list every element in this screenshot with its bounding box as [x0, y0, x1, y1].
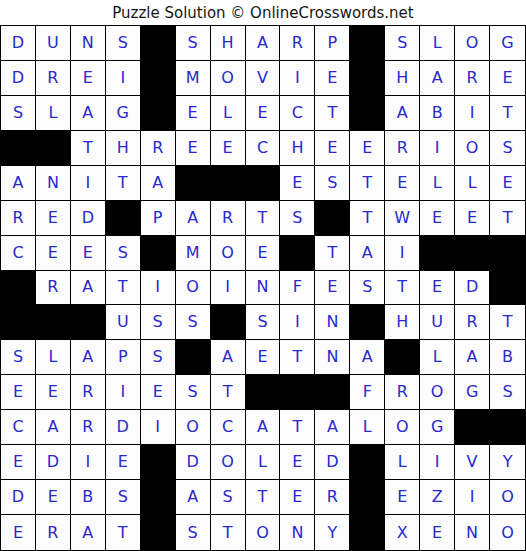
letter-cell: I [71, 166, 106, 201]
letter-cell: G [455, 375, 490, 410]
letter-cell: N [246, 271, 281, 306]
letter-cell: S [490, 131, 525, 166]
letter-cell: A [1, 166, 36, 201]
black-cell [385, 340, 420, 375]
letter-cell: R [36, 271, 71, 306]
letter-cell: E [280, 166, 315, 201]
letter-cell: T [106, 166, 141, 201]
letter-cell: U [36, 26, 71, 61]
letter-cell: C [1, 410, 36, 445]
letter-cell: I [420, 445, 455, 480]
letter-cell: E [420, 515, 455, 550]
letter-cell: P [315, 26, 350, 61]
letter-cell: I [106, 61, 141, 96]
letter-cell: T [280, 340, 315, 375]
letter-cell: L [455, 166, 490, 201]
letter-cell: R [36, 61, 71, 96]
letter-cell: D [1, 61, 36, 96]
letter-cell: Y [490, 445, 525, 480]
letter-cell: E [1, 375, 36, 410]
letter-cell: O [211, 445, 246, 480]
letter-cell: S [141, 340, 176, 375]
letter-cell: E [490, 166, 525, 201]
letter-cell: I [385, 236, 420, 271]
letter-cell: W [385, 201, 420, 236]
letter-cell: S [490, 375, 525, 410]
black-cell [315, 375, 350, 410]
crossword-grid: DUNSSHARPSLOGDREIMOVIEHARESLAGELECTABITT… [0, 25, 526, 551]
letter-cell: A [455, 340, 490, 375]
letter-cell: L [420, 26, 455, 61]
letter-cell: E [280, 480, 315, 515]
letter-cell: E [71, 236, 106, 271]
black-cell [71, 305, 106, 340]
black-cell [246, 166, 281, 201]
letter-cell: D [106, 410, 141, 445]
letter-cell: D [1, 26, 36, 61]
black-cell [350, 480, 385, 515]
letter-cell: I [455, 480, 490, 515]
black-cell [211, 166, 246, 201]
letter-cell: C [211, 410, 246, 445]
letter-cell: H [385, 61, 420, 96]
letter-cell: E [106, 445, 141, 480]
letter-cell: L [246, 445, 281, 480]
letter-cell: R [455, 61, 490, 96]
letter-cell: L [36, 96, 71, 131]
letter-cell: O [455, 26, 490, 61]
black-cell [141, 515, 176, 550]
letter-cell: S [1, 96, 36, 131]
letter-cell: D [176, 445, 211, 480]
black-cell [315, 201, 350, 236]
letter-cell: T [490, 96, 525, 131]
letter-cell: T [350, 166, 385, 201]
letter-cell: R [315, 480, 350, 515]
letter-cell: G [490, 26, 525, 61]
letter-cell: T [490, 201, 525, 236]
black-cell [350, 515, 385, 550]
black-cell [176, 340, 211, 375]
letter-cell: E [315, 271, 350, 306]
letter-cell: L [420, 340, 455, 375]
black-cell [141, 480, 176, 515]
letter-cell: O [385, 410, 420, 445]
letter-cell: N [71, 26, 106, 61]
black-cell [350, 305, 385, 340]
letter-cell: R [280, 26, 315, 61]
letter-cell: I [71, 445, 106, 480]
letter-cell: A [71, 96, 106, 131]
letter-cell: O [211, 236, 246, 271]
black-cell [1, 305, 36, 340]
letter-cell: E [1, 445, 36, 480]
letter-cell: T [246, 480, 281, 515]
letter-cell: T [211, 515, 246, 550]
letter-cell: A [350, 340, 385, 375]
letter-cell: H [385, 305, 420, 340]
letter-cell: S [385, 26, 420, 61]
letter-cell: O [490, 480, 525, 515]
letter-cell: I [280, 305, 315, 340]
letter-cell: S [141, 305, 176, 340]
letter-cell: A [246, 26, 281, 61]
letter-cell: A [71, 340, 106, 375]
letter-cell: S [106, 480, 141, 515]
letter-cell: E [1, 515, 36, 550]
black-cell [141, 26, 176, 61]
black-cell [211, 305, 246, 340]
black-cell [420, 236, 455, 271]
letter-cell: O [176, 271, 211, 306]
letter-cell: X [385, 515, 420, 550]
letter-cell: M [176, 236, 211, 271]
title-bar: Puzzle Solution © OnlineCrosswords.net [0, 0, 526, 25]
letter-cell: V [246, 61, 281, 96]
letter-cell: E [71, 61, 106, 96]
letter-cell: H [280, 131, 315, 166]
letter-cell: F [350, 375, 385, 410]
letter-cell: Z [420, 480, 455, 515]
black-cell [350, 26, 385, 61]
letter-cell: E [176, 131, 211, 166]
letter-cell: L [385, 445, 420, 480]
letter-cell: E [36, 201, 71, 236]
letter-cell: E [315, 131, 350, 166]
letter-cell: T [280, 410, 315, 445]
letter-cell: O [455, 131, 490, 166]
letter-cell: T [106, 271, 141, 306]
black-cell [246, 375, 281, 410]
letter-cell: E [141, 375, 176, 410]
letter-cell: S [176, 515, 211, 550]
letter-cell: N [36, 166, 71, 201]
letter-cell: R [141, 131, 176, 166]
letter-cell: S [106, 26, 141, 61]
letter-cell: E [36, 236, 71, 271]
letter-cell: I [211, 271, 246, 306]
letter-cell: I [106, 375, 141, 410]
black-cell [490, 410, 525, 445]
letter-cell: S [350, 271, 385, 306]
letter-cell: O [420, 375, 455, 410]
letter-cell: L [420, 166, 455, 201]
letter-cell: P [141, 201, 176, 236]
black-cell [350, 445, 385, 480]
letter-cell: P [106, 340, 141, 375]
letter-cell: T [71, 131, 106, 166]
letter-cell: A [71, 271, 106, 306]
letter-cell: A [246, 410, 281, 445]
black-cell [176, 166, 211, 201]
letter-cell: S [280, 201, 315, 236]
letter-cell: B [420, 96, 455, 131]
letter-cell: A [176, 480, 211, 515]
black-cell [1, 131, 36, 166]
puzzle-solution-page: Puzzle Solution © OnlineCrosswords.net D… [0, 0, 526, 551]
puzzle-title: Puzzle Solution © OnlineCrosswords.net [112, 4, 413, 22]
letter-cell: I [280, 61, 315, 96]
letter-cell: R [71, 410, 106, 445]
letter-cell: C [280, 96, 315, 131]
letter-cell: H [106, 131, 141, 166]
letter-cell: A [350, 236, 385, 271]
letter-cell: T [350, 201, 385, 236]
letter-cell: A [36, 410, 71, 445]
letter-cell: T [211, 375, 246, 410]
letter-cell: A [211, 340, 246, 375]
letter-cell: E [385, 480, 420, 515]
letter-cell: A [176, 201, 211, 236]
letter-cell: O [490, 515, 525, 550]
letter-cell: B [71, 480, 106, 515]
letter-cell: E [490, 61, 525, 96]
letter-cell: E [246, 340, 281, 375]
letter-cell: I [141, 271, 176, 306]
letter-cell: E [420, 201, 455, 236]
black-cell [36, 131, 71, 166]
letter-cell: H [211, 26, 246, 61]
letter-cell: S [106, 236, 141, 271]
letter-cell: O [176, 410, 211, 445]
black-cell [490, 236, 525, 271]
letter-cell: Y [315, 515, 350, 550]
letter-cell: O [246, 515, 281, 550]
letter-cell: M [176, 61, 211, 96]
letter-cell: E [315, 61, 350, 96]
letter-cell: D [36, 445, 71, 480]
letter-cell: N [315, 340, 350, 375]
letter-cell: T [315, 96, 350, 131]
letter-cell: N [280, 515, 315, 550]
black-cell [106, 201, 141, 236]
letter-cell: E [420, 271, 455, 306]
letter-cell: S [176, 26, 211, 61]
letter-cell: O [211, 61, 246, 96]
letter-cell: A [141, 166, 176, 201]
letter-cell: S [176, 305, 211, 340]
letter-cell: E [455, 201, 490, 236]
letter-cell: D [1, 480, 36, 515]
black-cell [280, 236, 315, 271]
letter-cell: E [211, 131, 246, 166]
letter-cell: S [1, 340, 36, 375]
letter-cell: D [315, 445, 350, 480]
letter-cell: E [176, 96, 211, 131]
letter-cell: N [315, 305, 350, 340]
letter-cell: L [211, 96, 246, 131]
letter-cell: A [315, 410, 350, 445]
letter-cell: R [455, 305, 490, 340]
letter-cell: S [315, 166, 350, 201]
letter-cell: E [36, 480, 71, 515]
letter-cell: U [106, 305, 141, 340]
letter-cell: S [246, 305, 281, 340]
black-cell [455, 236, 490, 271]
letter-cell: R [36, 515, 71, 550]
letter-cell: E [246, 96, 281, 131]
black-cell [141, 61, 176, 96]
letter-cell: S [176, 375, 211, 410]
letter-cell: R [71, 375, 106, 410]
letter-cell: F [280, 271, 315, 306]
letter-cell: T [106, 515, 141, 550]
letter-cell: R [1, 201, 36, 236]
letter-cell: L [350, 410, 385, 445]
letter-cell: T [315, 236, 350, 271]
letter-cell: C [1, 236, 36, 271]
letter-cell: E [350, 131, 385, 166]
black-cell [141, 236, 176, 271]
black-cell [490, 271, 525, 306]
letter-cell: L [36, 340, 71, 375]
letter-cell: A [71, 515, 106, 550]
letter-cell: E [246, 236, 281, 271]
letter-cell: C [246, 131, 281, 166]
letter-cell: R [385, 375, 420, 410]
black-cell [141, 96, 176, 131]
letter-cell: I [455, 96, 490, 131]
letter-cell: E [280, 445, 315, 480]
letter-cell: U [420, 305, 455, 340]
letter-cell: I [420, 131, 455, 166]
letter-cell: T [246, 201, 281, 236]
letter-cell: A [385, 96, 420, 131]
letter-cell: I [141, 410, 176, 445]
letter-cell: T [490, 305, 525, 340]
letter-cell: V [455, 445, 490, 480]
letter-cell: S [211, 480, 246, 515]
letter-cell: R [211, 201, 246, 236]
letter-cell: B [490, 340, 525, 375]
letter-cell: E [385, 166, 420, 201]
letter-cell: G [106, 96, 141, 131]
black-cell [36, 305, 71, 340]
black-cell [350, 61, 385, 96]
letter-cell: N [455, 515, 490, 550]
black-cell [141, 445, 176, 480]
black-cell [350, 96, 385, 131]
letter-cell: G [420, 410, 455, 445]
letter-cell: D [455, 271, 490, 306]
letter-cell: R [385, 131, 420, 166]
letter-cell: T [385, 271, 420, 306]
letter-cell: E [36, 375, 71, 410]
black-cell [1, 271, 36, 306]
black-cell [455, 410, 490, 445]
black-cell [280, 375, 315, 410]
letter-cell: D [71, 201, 106, 236]
letter-cell: A [420, 61, 455, 96]
